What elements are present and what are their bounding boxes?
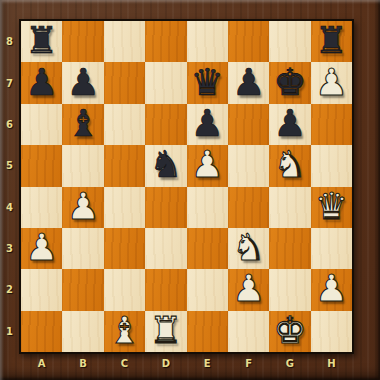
square-h4[interactable]: ♛ [311, 187, 352, 228]
square-c2[interactable] [104, 269, 145, 310]
piece-black-pawn[interactable]: ♟ [232, 64, 265, 101]
square-e6[interactable]: ♟ [187, 104, 228, 145]
square-b3[interactable] [62, 228, 103, 269]
piece-white-pawn[interactable]: ♟ [315, 64, 348, 101]
square-h8[interactable]: ♜ [311, 21, 352, 62]
file-label-e: E [204, 358, 211, 369]
file-labels: ABCDEFGH [21, 352, 352, 375]
file-label-h: H [327, 358, 335, 369]
square-d8[interactable] [145, 21, 186, 62]
square-h2[interactable]: ♟ [311, 269, 352, 310]
square-h7[interactable]: ♟ [311, 62, 352, 103]
piece-black-pawn[interactable]: ♟ [273, 105, 306, 142]
square-a3[interactable]: ♟ [21, 228, 62, 269]
square-f7[interactable]: ♟ [228, 62, 269, 103]
rank-label-8: 8 [6, 36, 13, 47]
square-d1[interactable]: ♜ [145, 311, 186, 352]
rank-label-5: 5 [6, 160, 13, 171]
square-a2[interactable] [21, 269, 62, 310]
square-g6[interactable]: ♟ [269, 104, 310, 145]
square-h6[interactable] [311, 104, 352, 145]
square-f3[interactable]: ♞ [228, 228, 269, 269]
square-g3[interactable] [269, 228, 310, 269]
piece-white-pawn[interactable]: ♟ [25, 229, 58, 266]
piece-black-pawn[interactable]: ♟ [66, 64, 99, 101]
rank-label-4: 4 [6, 202, 13, 213]
file-label-b: B [79, 358, 87, 369]
piece-white-rook[interactable]: ♜ [149, 312, 182, 349]
square-c3[interactable] [104, 228, 145, 269]
rank-label-3: 3 [6, 243, 13, 254]
square-g2[interactable] [269, 269, 310, 310]
piece-black-queen[interactable]: ♛ [191, 64, 224, 101]
piece-white-pawn[interactable]: ♟ [66, 188, 99, 225]
square-d5[interactable]: ♞ [145, 145, 186, 186]
piece-black-knight[interactable]: ♞ [149, 146, 182, 183]
square-e2[interactable] [187, 269, 228, 310]
square-a1[interactable] [21, 311, 62, 352]
file-label-d: D [162, 358, 170, 369]
piece-white-pawn[interactable]: ♟ [315, 270, 348, 307]
rank-labels: 87654321 [0, 21, 19, 352]
square-c8[interactable] [104, 21, 145, 62]
square-e8[interactable] [187, 21, 228, 62]
square-d7[interactable] [145, 62, 186, 103]
square-b8[interactable] [62, 21, 103, 62]
rank-label-7: 7 [6, 78, 13, 89]
square-e5[interactable]: ♟ [187, 145, 228, 186]
square-g8[interactable] [269, 21, 310, 62]
piece-white-king[interactable]: ♚ [273, 312, 306, 349]
piece-black-pawn[interactable]: ♟ [191, 105, 224, 142]
file-label-f: F [245, 358, 252, 369]
chess-board: ♜♜♟♟♛♟♚♟♝♟♟♞♟♞♟♛♟♞♟♟♝♜♚ [19, 19, 354, 354]
square-h1[interactable] [311, 311, 352, 352]
board-frame: 87654321 ABCDEFGH ♜♜♟♟♛♟♚♟♝♟♟♞♟♞♟♛♟♞♟♟♝♜… [0, 0, 380, 380]
square-a5[interactable] [21, 145, 62, 186]
square-a4[interactable] [21, 187, 62, 228]
square-g1[interactable]: ♚ [269, 311, 310, 352]
piece-black-rook[interactable]: ♜ [315, 22, 348, 59]
square-e3[interactable] [187, 228, 228, 269]
square-a7[interactable]: ♟ [21, 62, 62, 103]
piece-black-rook[interactable]: ♜ [25, 22, 58, 59]
rank-label-1: 1 [6, 326, 13, 337]
piece-black-king[interactable]: ♚ [273, 64, 306, 101]
square-d3[interactable] [145, 228, 186, 269]
square-e1[interactable] [187, 311, 228, 352]
square-c6[interactable] [104, 104, 145, 145]
rank-label-6: 6 [6, 119, 13, 130]
file-label-c: C [121, 358, 128, 369]
square-f1[interactable] [228, 311, 269, 352]
file-label-g: G [286, 358, 294, 369]
square-c7[interactable] [104, 62, 145, 103]
square-b2[interactable] [62, 269, 103, 310]
square-c5[interactable] [104, 145, 145, 186]
square-h5[interactable] [311, 145, 352, 186]
file-label-a: A [38, 358, 46, 369]
square-d6[interactable] [145, 104, 186, 145]
square-b5[interactable] [62, 145, 103, 186]
square-g4[interactable] [269, 187, 310, 228]
piece-white-queen[interactable]: ♛ [315, 188, 348, 225]
piece-white-knight[interactable]: ♞ [232, 229, 265, 266]
piece-black-bishop[interactable]: ♝ [66, 105, 99, 142]
square-d4[interactable] [145, 187, 186, 228]
piece-white-pawn[interactable]: ♟ [232, 270, 265, 307]
square-c4[interactable] [104, 187, 145, 228]
square-d2[interactable] [145, 269, 186, 310]
square-a6[interactable] [21, 104, 62, 145]
square-g7[interactable]: ♚ [269, 62, 310, 103]
square-e4[interactable] [187, 187, 228, 228]
piece-black-pawn[interactable]: ♟ [25, 64, 58, 101]
square-h3[interactable] [311, 228, 352, 269]
piece-white-pawn[interactable]: ♟ [191, 146, 224, 183]
square-f4[interactable] [228, 187, 269, 228]
square-f5[interactable] [228, 145, 269, 186]
piece-white-knight[interactable]: ♞ [273, 146, 306, 183]
square-b6[interactable]: ♝ [62, 104, 103, 145]
square-f6[interactable] [228, 104, 269, 145]
square-e7[interactable]: ♛ [187, 62, 228, 103]
square-c1[interactable]: ♝ [104, 311, 145, 352]
square-f2[interactable]: ♟ [228, 269, 269, 310]
square-a8[interactable]: ♜ [21, 21, 62, 62]
square-b4[interactable]: ♟ [62, 187, 103, 228]
square-b7[interactable]: ♟ [62, 62, 103, 103]
rank-label-2: 2 [6, 284, 13, 295]
square-g5[interactable]: ♞ [269, 145, 310, 186]
square-b1[interactable] [62, 311, 103, 352]
piece-white-bishop[interactable]: ♝ [108, 312, 141, 349]
square-f8[interactable] [228, 21, 269, 62]
